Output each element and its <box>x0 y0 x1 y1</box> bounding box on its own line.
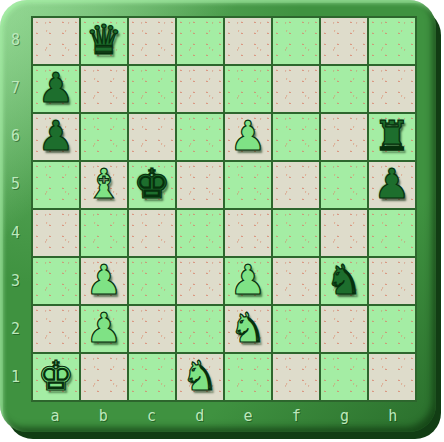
square-b3[interactable]: ♟ <box>81 258 127 304</box>
piece-white-pawn[interactable]: ♟ <box>230 257 267 303</box>
square-e6[interactable]: ♟ <box>225 114 271 160</box>
piece-black-knight[interactable]: ♞ <box>326 257 363 303</box>
square-c4[interactable] <box>129 210 175 256</box>
chess-board-frame: 87654321 ♛♟♟♟♜♝♚♟♟♟♞♟♞♚♞ abcdefgh <box>0 0 436 432</box>
square-a4[interactable] <box>33 210 79 256</box>
piece-white-knight[interactable]: ♞ <box>182 353 219 399</box>
square-c7[interactable] <box>129 66 175 112</box>
piece-white-king[interactable]: ♚ <box>38 353 75 399</box>
file-label-g: g <box>321 402 369 430</box>
square-e2[interactable]: ♞ <box>225 306 271 352</box>
square-d7[interactable] <box>177 66 223 112</box>
file-label-c: c <box>128 402 176 430</box>
square-e1[interactable] <box>225 354 271 400</box>
square-a1[interactable]: ♚ <box>33 354 79 400</box>
rank-label-7: 7 <box>0 64 31 112</box>
square-b8[interactable]: ♛ <box>81 18 127 64</box>
square-g5[interactable] <box>321 162 367 208</box>
square-f3[interactable] <box>273 258 319 304</box>
square-d4[interactable] <box>177 210 223 256</box>
square-b5[interactable]: ♝ <box>81 162 127 208</box>
square-d8[interactable] <box>177 18 223 64</box>
chess-board[interactable]: ♛♟♟♟♜♝♚♟♟♟♞♟♞♚♞ <box>31 16 417 402</box>
square-c3[interactable] <box>129 258 175 304</box>
piece-white-pawn[interactable]: ♟ <box>86 257 123 303</box>
square-e3[interactable]: ♟ <box>225 258 271 304</box>
square-h4[interactable] <box>369 210 415 256</box>
piece-black-king[interactable]: ♚ <box>134 161 171 207</box>
square-a7[interactable]: ♟ <box>33 66 79 112</box>
rank-label-3: 3 <box>0 257 31 305</box>
square-d6[interactable] <box>177 114 223 160</box>
square-g6[interactable] <box>321 114 367 160</box>
square-e8[interactable] <box>225 18 271 64</box>
square-h1[interactable] <box>369 354 415 400</box>
rank-label-4: 4 <box>0 209 31 257</box>
square-e5[interactable] <box>225 162 271 208</box>
square-f8[interactable] <box>273 18 319 64</box>
file-label-e: e <box>224 402 272 430</box>
square-g2[interactable] <box>321 306 367 352</box>
square-a2[interactable] <box>33 306 79 352</box>
piece-black-rook[interactable]: ♜ <box>374 113 411 159</box>
piece-black-pawn[interactable]: ♟ <box>38 113 75 159</box>
file-label-h: h <box>369 402 417 430</box>
square-f2[interactable] <box>273 306 319 352</box>
square-b6[interactable] <box>81 114 127 160</box>
square-b7[interactable] <box>81 66 127 112</box>
square-b1[interactable] <box>81 354 127 400</box>
file-labels: abcdefgh <box>31 402 417 430</box>
piece-white-pawn[interactable]: ♟ <box>230 113 267 159</box>
square-f6[interactable] <box>273 114 319 160</box>
square-f7[interactable] <box>273 66 319 112</box>
square-h5[interactable]: ♟ <box>369 162 415 208</box>
square-a6[interactable]: ♟ <box>33 114 79 160</box>
square-c2[interactable] <box>129 306 175 352</box>
file-label-b: b <box>79 402 127 430</box>
square-b4[interactable] <box>81 210 127 256</box>
file-label-f: f <box>272 402 320 430</box>
square-d3[interactable] <box>177 258 223 304</box>
square-h2[interactable] <box>369 306 415 352</box>
square-e4[interactable] <box>225 210 271 256</box>
square-g8[interactable] <box>321 18 367 64</box>
rank-label-1: 1 <box>0 354 31 402</box>
square-a8[interactable] <box>33 18 79 64</box>
rank-label-8: 8 <box>0 16 31 64</box>
rank-labels: 87654321 <box>0 16 31 402</box>
piece-black-pawn[interactable]: ♟ <box>38 65 75 111</box>
piece-white-knight[interactable]: ♞ <box>230 305 267 351</box>
file-label-a: a <box>31 402 79 430</box>
piece-white-bishop[interactable]: ♝ <box>86 161 123 207</box>
square-c8[interactable] <box>129 18 175 64</box>
square-c1[interactable] <box>129 354 175 400</box>
square-h6[interactable]: ♜ <box>369 114 415 160</box>
rank-label-6: 6 <box>0 113 31 161</box>
square-g3[interactable]: ♞ <box>321 258 367 304</box>
square-h7[interactable] <box>369 66 415 112</box>
piece-black-queen[interactable]: ♛ <box>86 17 123 63</box>
piece-black-pawn[interactable]: ♟ <box>374 161 411 207</box>
square-d5[interactable] <box>177 162 223 208</box>
square-a3[interactable] <box>33 258 79 304</box>
square-h8[interactable] <box>369 18 415 64</box>
square-f4[interactable] <box>273 210 319 256</box>
square-a5[interactable] <box>33 162 79 208</box>
file-label-d: d <box>176 402 224 430</box>
square-g4[interactable] <box>321 210 367 256</box>
square-d1[interactable]: ♞ <box>177 354 223 400</box>
piece-white-pawn[interactable]: ♟ <box>86 305 123 351</box>
rank-label-5: 5 <box>0 161 31 209</box>
square-h3[interactable] <box>369 258 415 304</box>
square-f5[interactable] <box>273 162 319 208</box>
square-g1[interactable] <box>321 354 367 400</box>
rank-label-2: 2 <box>0 306 31 354</box>
square-d2[interactable] <box>177 306 223 352</box>
square-c5[interactable]: ♚ <box>129 162 175 208</box>
square-g7[interactable] <box>321 66 367 112</box>
square-b2[interactable]: ♟ <box>81 306 127 352</box>
square-f1[interactable] <box>273 354 319 400</box>
square-c6[interactable] <box>129 114 175 160</box>
square-e7[interactable] <box>225 66 271 112</box>
